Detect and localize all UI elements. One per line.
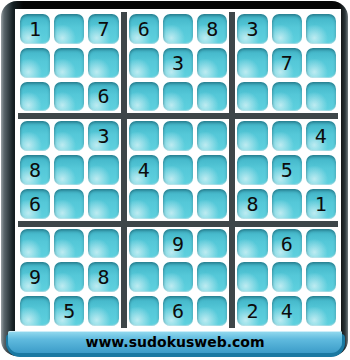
cell-r4c7[interactable] (237, 121, 267, 151)
cell-r2c4[interactable] (129, 48, 159, 78)
cell-r7c5[interactable]: 9 (163, 229, 193, 259)
cell-r2c7[interactable] (237, 48, 267, 78)
cell-r7c4[interactable] (129, 229, 159, 259)
cell-r2c2[interactable] (54, 48, 84, 78)
cell-r4c2[interactable] (54, 121, 84, 151)
cell-r5c4[interactable]: 4 (129, 155, 159, 185)
cell-r9c3[interactable] (88, 296, 118, 326)
cell-r1c6[interactable]: 8 (197, 14, 227, 44)
cell-r6c2[interactable] (54, 189, 84, 219)
cell-r5c5[interactable] (163, 155, 193, 185)
cell-r2c5[interactable]: 3 (163, 48, 193, 78)
cell-r5c1[interactable]: 8 (20, 155, 50, 185)
cell-r1c7[interactable]: 3 (237, 14, 267, 44)
cell-r7c1[interactable] (20, 229, 50, 259)
cell-r1c3[interactable]: 7 (88, 14, 118, 44)
cell-r8c4[interactable] (129, 262, 159, 292)
box-5: 4 (127, 119, 230, 220)
cell-r1c2[interactable] (54, 14, 84, 44)
cell-r7c8[interactable]: 6 (272, 229, 302, 259)
box-1: 176 (18, 12, 121, 113)
footer-bar: www.sudokusweb.com (8, 331, 342, 353)
cell-r6c4[interactable] (129, 189, 159, 219)
box-8: 96 (127, 227, 230, 328)
cell-r3c6[interactable] (197, 82, 227, 112)
cell-r4c3[interactable]: 3 (88, 121, 118, 151)
cell-r5c9[interactable] (306, 155, 336, 185)
cell-r3c8[interactable] (272, 82, 302, 112)
cell-r5c6[interactable] (197, 155, 227, 185)
cell-r2c6[interactable] (197, 48, 227, 78)
cell-r6c1[interactable]: 6 (20, 189, 50, 219)
cell-r2c9[interactable] (306, 48, 336, 78)
cell-r4c5[interactable] (163, 121, 193, 151)
cell-r1c9[interactable] (306, 14, 336, 44)
cell-r2c8[interactable]: 7 (272, 48, 302, 78)
cell-r5c8[interactable]: 5 (272, 155, 302, 185)
cell-r5c7[interactable] (237, 155, 267, 185)
sudoku-board: 176683373864458198596624 (18, 12, 338, 328)
cell-r1c8[interactable] (272, 14, 302, 44)
cell-r6c6[interactable] (197, 189, 227, 219)
box-2: 683 (127, 12, 230, 113)
cell-r1c5[interactable] (163, 14, 193, 44)
cell-r3c2[interactable] (54, 82, 84, 112)
cell-r6c3[interactable] (88, 189, 118, 219)
box-4: 386 (18, 119, 121, 220)
board-plate: 176683373864458198596624 (15, 9, 341, 331)
box-7: 985 (18, 227, 121, 328)
cell-r8c2[interactable] (54, 262, 84, 292)
cell-r6c7[interactable]: 8 (237, 189, 267, 219)
cell-r3c5[interactable] (163, 82, 193, 112)
box-9: 624 (235, 227, 338, 328)
cell-r7c9[interactable] (306, 229, 336, 259)
cell-r8c6[interactable] (197, 262, 227, 292)
cell-r5c2[interactable] (54, 155, 84, 185)
cell-r5c3[interactable] (88, 155, 118, 185)
cell-r9c8[interactable]: 4 (272, 296, 302, 326)
cell-r7c2[interactable] (54, 229, 84, 259)
cell-r8c3[interactable]: 8 (88, 262, 118, 292)
cell-r7c3[interactable] (88, 229, 118, 259)
cell-r7c7[interactable] (237, 229, 267, 259)
cell-r6c5[interactable] (163, 189, 193, 219)
website-link[interactable]: www.sudokusweb.com (85, 334, 264, 350)
box-3: 37 (235, 12, 338, 113)
cell-r2c1[interactable] (20, 48, 50, 78)
cell-r9c6[interactable] (197, 296, 227, 326)
cell-r4c1[interactable] (20, 121, 50, 151)
cell-r8c9[interactable] (306, 262, 336, 292)
cell-r9c4[interactable] (129, 296, 159, 326)
cell-r7c6[interactable] (197, 229, 227, 259)
cell-r9c9[interactable] (306, 296, 336, 326)
sudoku-screenshot: 176683373864458198596624 www.sudokusweb.… (0, 0, 350, 360)
cell-r8c8[interactable] (272, 262, 302, 292)
cell-r9c5[interactable]: 6 (163, 296, 193, 326)
cell-r1c1[interactable]: 1 (20, 14, 50, 44)
cell-r4c9[interactable]: 4 (306, 121, 336, 151)
cell-r3c3[interactable]: 6 (88, 82, 118, 112)
cell-r8c5[interactable] (163, 262, 193, 292)
cell-r3c1[interactable] (20, 82, 50, 112)
cell-r4c4[interactable] (129, 121, 159, 151)
cell-r3c7[interactable] (237, 82, 267, 112)
cell-r3c9[interactable] (306, 82, 336, 112)
cell-r4c8[interactable] (272, 121, 302, 151)
cell-r6c8[interactable] (272, 189, 302, 219)
cell-r9c7[interactable]: 2 (237, 296, 267, 326)
cell-r9c1[interactable] (20, 296, 50, 326)
cell-r8c7[interactable] (237, 262, 267, 292)
cell-r3c4[interactable] (129, 82, 159, 112)
cell-r2c3[interactable] (88, 48, 118, 78)
cell-r4c6[interactable] (197, 121, 227, 151)
cell-r9c2[interactable]: 5 (54, 296, 84, 326)
cell-r6c9[interactable]: 1 (306, 189, 336, 219)
box-6: 4581 (235, 119, 338, 220)
cell-r8c1[interactable]: 9 (20, 262, 50, 292)
cell-r1c4[interactable]: 6 (129, 14, 159, 44)
